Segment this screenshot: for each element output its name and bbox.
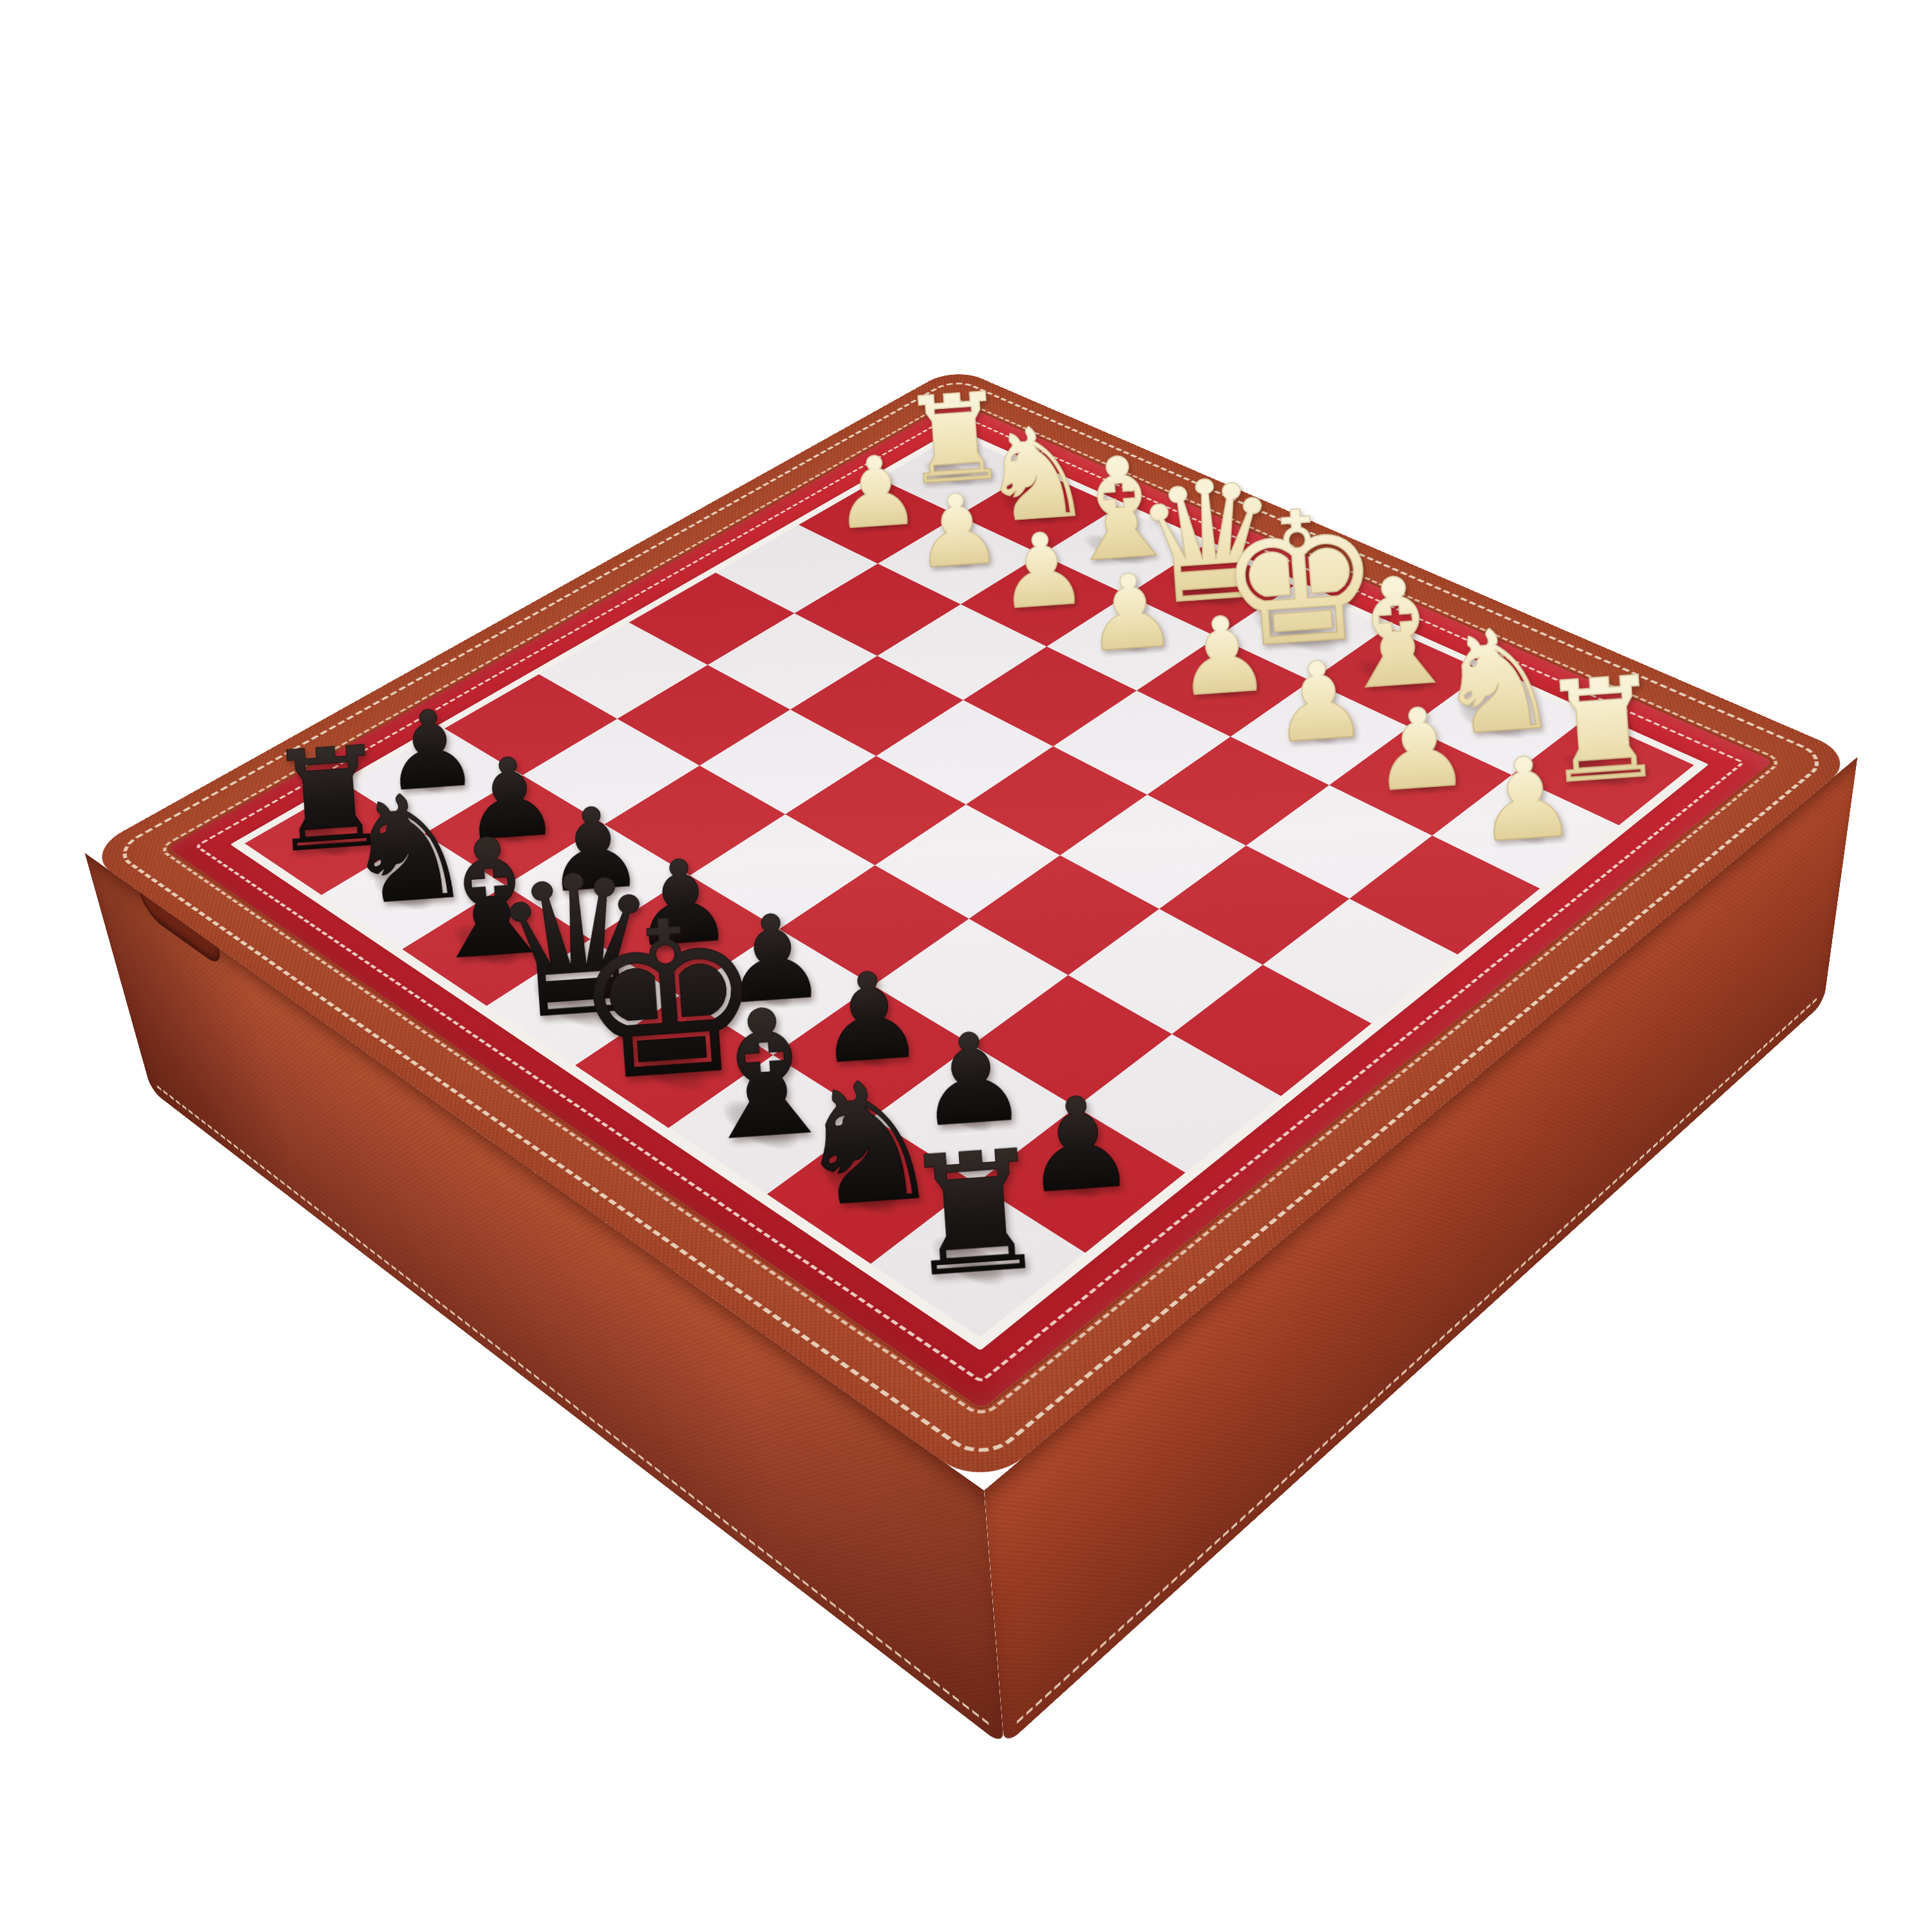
box-top-face: ♜♞♝♛♚♝♞♜♟♟♟♟♟♟♟♟♟♟♟♟♟♟♟♟♜♞♝♛♚♝♞♜ — [84, 367, 1857, 1491]
product-photo-stage: ♜♞♝♛♚♝♞♜♟♟♟♟♟♟♟♟♟♟♟♟♟♟♟♟♜♞♝♛♚♝♞♜ — [0, 0, 1932, 1932]
camera-tilt-wrapper: ♜♞♝♛♚♝♞♜♟♟♟♟♟♟♟♟♟♟♟♟♟♟♟♟♜♞♝♛♚♝♞♜ — [0, 0, 1932, 1932]
